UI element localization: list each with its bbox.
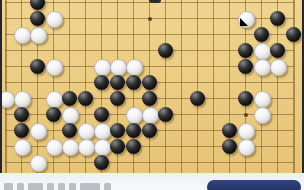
- white-stone: [94, 59, 111, 76]
- black-stone: [110, 91, 125, 106]
- white-stone: [142, 107, 159, 124]
- white-stone: [46, 91, 63, 108]
- black-stone: [30, 11, 45, 26]
- top-notch: [149, 0, 161, 3]
- black-stone: [126, 75, 141, 90]
- white-stone: [14, 27, 31, 44]
- black-stone: [94, 155, 109, 170]
- black-stone: [286, 27, 301, 42]
- white-stone: [46, 139, 63, 156]
- black-stone: [30, 0, 45, 10]
- white-stone: [254, 107, 271, 124]
- black-stone: [270, 11, 285, 26]
- black-stone: [222, 139, 237, 154]
- white-stone: [270, 59, 287, 76]
- white-stone: [126, 107, 143, 124]
- star-point: [148, 17, 152, 21]
- grid-line: [213, 0, 214, 173]
- white-stone: [46, 59, 63, 76]
- grid-line: [5, 0, 7, 173]
- black-stone: [158, 43, 173, 58]
- grid-line: [5, 162, 294, 163]
- grid-line: [293, 0, 295, 173]
- black-stone: [14, 123, 29, 138]
- white-stone: [62, 107, 79, 124]
- black-stone: [110, 123, 125, 138]
- black-stone: [46, 107, 61, 122]
- white-stone: [238, 123, 255, 140]
- white-stone: [62, 139, 79, 156]
- black-stone: [78, 91, 93, 106]
- black-stone: [126, 123, 141, 138]
- black-stone: [94, 75, 109, 90]
- move-info-caption: [4, 183, 111, 190]
- black-stone: [30, 59, 45, 74]
- grid-line: [37, 0, 38, 173]
- white-stone: [78, 123, 95, 140]
- grid-line: [165, 0, 166, 173]
- go-board[interactable]: [2, 0, 302, 174]
- grid-line: [5, 34, 294, 35]
- last-move-marker: [240, 18, 248, 26]
- black-stone: [254, 27, 269, 42]
- app-screen: [0, 0, 304, 190]
- bottom-action-button[interactable]: [207, 180, 301, 190]
- white-stone: [46, 11, 63, 28]
- black-stone: [158, 107, 173, 122]
- black-stone: [14, 107, 29, 122]
- white-stone: [238, 11, 255, 28]
- black-stone: [110, 139, 125, 154]
- black-stone: [238, 59, 253, 74]
- black-stone: [190, 91, 205, 106]
- black-stone: [222, 123, 237, 138]
- white-stone: [254, 91, 271, 108]
- black-stone: [110, 75, 125, 90]
- black-stone: [238, 91, 253, 106]
- white-stone: [254, 43, 271, 60]
- grid-line: [261, 0, 262, 173]
- white-stone: [30, 123, 47, 140]
- black-stone: [62, 91, 77, 106]
- white-stone: [110, 59, 127, 76]
- black-stone: [142, 75, 157, 90]
- white-stone: [78, 139, 95, 156]
- black-stone: [62, 123, 77, 138]
- white-stone: [14, 91, 31, 108]
- black-stone: [142, 91, 157, 106]
- black-stone: [126, 139, 141, 154]
- white-stone: [14, 139, 31, 156]
- white-stone: [238, 139, 255, 156]
- black-stone: [142, 123, 157, 138]
- white-stone: [30, 155, 47, 172]
- black-stone: [238, 43, 253, 58]
- white-stone: [126, 59, 143, 76]
- black-stone: [270, 43, 285, 58]
- white-stone: [2, 91, 15, 108]
- grid-line: [277, 0, 278, 173]
- grid-line: [181, 0, 182, 173]
- black-stone: [94, 107, 109, 122]
- white-stone: [94, 139, 111, 156]
- white-stone: [94, 123, 111, 140]
- grid-line: [197, 0, 198, 173]
- white-stone: [30, 27, 47, 44]
- star-point: [244, 113, 248, 117]
- white-stone: [254, 59, 271, 76]
- bottom-bar: [0, 173, 304, 190]
